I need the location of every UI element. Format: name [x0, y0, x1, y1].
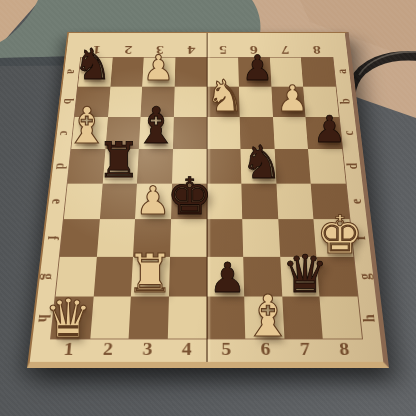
- square-h2[interactable]: [90, 296, 131, 338]
- piece-white-pawn-a3[interactable]: ♟: [143, 50, 174, 85]
- file-label-left-g: g: [23, 270, 73, 284]
- square-f6[interactable]: [242, 219, 280, 257]
- file-label-right-h: h: [344, 311, 395, 326]
- file-label-left-f: f: [28, 231, 76, 244]
- piece-white-bishop-h6[interactable]: ♝: [242, 288, 294, 346]
- piece-white-knight-b5[interactable]: ♞: [205, 74, 244, 118]
- square-e7[interactable]: [276, 183, 314, 219]
- file-label-right-d: d: [330, 160, 376, 172]
- file-label-left-d: d: [38, 160, 84, 172]
- rank-label-bottom-4: 4: [167, 339, 207, 359]
- rank-label-bottom-5: 5: [207, 339, 247, 359]
- piece-white-pawn-e3[interactable]: ♟: [136, 182, 171, 221]
- file-label-left-e: e: [33, 195, 80, 208]
- piece-white-queen-h1[interactable]: ♛: [44, 291, 92, 345]
- square-b4[interactable]: [174, 87, 207, 118]
- piece-black-rook-d2[interactable]: ♜: [97, 137, 141, 186]
- piece-white-rook-g3[interactable]: ♜: [126, 249, 174, 302]
- rank-label-top-2: 2: [112, 43, 144, 56]
- piece-black-king-e4[interactable]: ♚: [167, 171, 213, 222]
- file-label-right-b: b: [324, 96, 367, 107]
- rank-label-bottom-2: 2: [88, 339, 129, 359]
- square-a2[interactable]: [110, 58, 144, 87]
- piece-black-pawn-a6[interactable]: ♟: [242, 50, 273, 85]
- piece-black-knight-d6[interactable]: ♞: [241, 139, 282, 185]
- piece-black-knight-a1[interactable]: ♞: [74, 44, 112, 87]
- rank-label-bottom-8: 8: [324, 339, 365, 359]
- rank-label-top-7: 7: [269, 43, 301, 56]
- square-a4[interactable]: [175, 58, 207, 87]
- rank-label-bottom-3: 3: [127, 339, 167, 359]
- rank-label-top-8: 8: [301, 43, 334, 56]
- rank-label-top-5: 5: [207, 43, 239, 56]
- file-label-right-g: g: [340, 270, 390, 284]
- piece-black-pawn-g5[interactable]: ♟: [209, 259, 246, 300]
- square-g4[interactable]: [169, 257, 207, 297]
- piece-white-pawn-b7[interactable]: ♟: [276, 81, 308, 117]
- rank-label-top-4: 4: [175, 43, 207, 56]
- piece-black-pawn-c8[interactable]: ♟: [313, 112, 346, 149]
- square-c5[interactable]: [207, 117, 241, 149]
- file-label-right-a: a: [321, 66, 363, 76]
- photo-stage: 12345678 12345678 abcdefgh abcdefgh ♞♟♟♞…: [0, 0, 416, 416]
